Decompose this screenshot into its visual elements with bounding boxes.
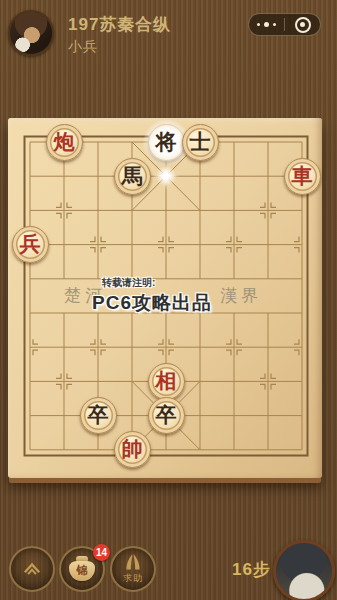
target-circle-icon <box>295 17 311 33</box>
more-dots-icon <box>264 22 269 27</box>
black-horse-piece[interactable]: 馬 <box>114 158 151 195</box>
opponent-avatar <box>273 540 335 600</box>
bottom-bar: 锦 14 求助 16步 <box>0 478 337 600</box>
player-rank: 小兵 <box>68 38 98 56</box>
help-label: 求助 <box>123 572 143 585</box>
more-dots-icon <box>273 23 276 26</box>
watermark-line1: 转载请注明: <box>102 276 212 290</box>
double-chevron-up-icon <box>17 554 47 584</box>
piece-character: 兵 <box>20 234 41 255</box>
red-general-piece[interactable]: 帥 <box>114 431 151 468</box>
more-dots-icon <box>257 23 260 26</box>
red-soldier-piece[interactable]: 兵 <box>12 226 49 263</box>
piece-character: 将 <box>156 132 177 153</box>
step-counter: 16步 <box>232 558 271 581</box>
watermark: 转载请注明: PC6攻略出品 <box>92 276 212 316</box>
piece-character: 士 <box>190 132 211 153</box>
praying-hands-icon <box>122 553 144 573</box>
xiangqi-board[interactable]: 楚河 漢界 转载请注明: PC6攻略出品 炮将士馬車兵相卒卒帥 <box>8 118 322 478</box>
red-cannon-piece[interactable]: 炮 <box>46 124 83 161</box>
level-title: 197苏秦合纵 <box>68 13 171 36</box>
black-soldier-1-piece[interactable]: 卒 <box>80 397 117 434</box>
move-sparkle-marker <box>155 165 177 187</box>
xiangqi-app: { "header": { "title": "197苏秦合纵", "subti… <box>0 0 337 600</box>
black-advisor-piece[interactable]: 士 <box>182 124 219 161</box>
piece-character: 卒 <box>156 405 177 426</box>
close-home-button[interactable] <box>285 14 320 35</box>
collapse-menu-button[interactable] <box>9 546 55 592</box>
piece-character: 帥 <box>122 439 143 460</box>
black-soldier-2-piece[interactable]: 卒 <box>148 397 185 434</box>
piece-character: 車 <box>292 166 313 187</box>
hint-count-badge: 14 <box>93 544 110 561</box>
red-elephant-piece[interactable]: 相 <box>148 363 185 400</box>
hint-bag-button[interactable]: 锦 14 <box>59 546 105 592</box>
player-avatar <box>8 10 54 56</box>
watermark-line2: PC6攻略出品 <box>92 290 212 316</box>
piece-character: 馬 <box>122 166 143 187</box>
money-bag-icon: 锦 <box>69 561 95 581</box>
black-general-piece[interactable]: 将 <box>148 124 185 161</box>
miniprogram-capsule <box>248 13 321 36</box>
ask-help-button[interactable]: 求助 <box>110 546 156 592</box>
piece-character: 卒 <box>88 405 109 426</box>
red-chariot-piece[interactable]: 車 <box>284 158 321 195</box>
top-bar: 197苏秦合纵 小兵 <box>0 0 337 64</box>
piece-character: 相 <box>156 371 177 392</box>
more-menu-button[interactable] <box>249 14 284 35</box>
river-label-right: 漢界 <box>220 284 262 307</box>
piece-character: 炮 <box>54 132 75 153</box>
